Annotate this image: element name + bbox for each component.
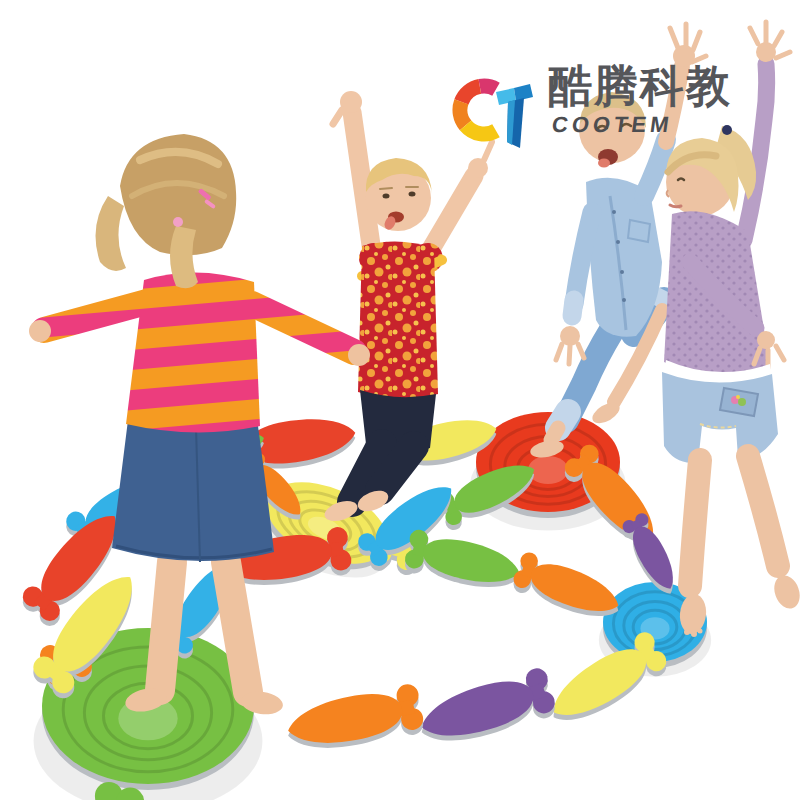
girl2-right-arm-raised: [744, 22, 790, 240]
boy1-pants: [352, 390, 436, 502]
girl2-hair-tie: [722, 125, 732, 135]
girl2-back-foot: [770, 572, 800, 612]
girl2-head: [666, 138, 739, 216]
girl1-denim-skirt: [112, 420, 274, 562]
balance-path-scene: Boy in light denim shirt and rolled-up j…: [0, 0, 800, 800]
child-boy-red-floral: Blond boy in red floral shirt and dark n…: [322, 91, 492, 525]
boy2-head: [579, 92, 646, 168]
boy2-left-arm-down: [556, 212, 592, 364]
girl1-pigtail: [96, 196, 127, 271]
girl1-hair-elastic: [173, 217, 183, 227]
girl1-pigtail: [170, 226, 198, 288]
child-girl-lavender: Girl with blonde ponytail in lavender kn…: [662, 22, 800, 637]
girl1-head: [96, 134, 237, 288]
product-photo-stage: Boy in light denim shirt and rolled-up j…: [0, 0, 800, 800]
fish-piece-purple: [415, 666, 558, 754]
girl1-hand: [29, 320, 51, 342]
girl1-hand: [348, 344, 370, 366]
boy1-head: [365, 158, 432, 231]
girl2-denim-shorts: [662, 372, 778, 463]
girl2-legs: [678, 456, 800, 637]
boy1-torso-floral-shirt: [358, 241, 438, 398]
fish-piece-orange: [284, 682, 425, 758]
girl1-striped-shirt: [44, 272, 354, 432]
fish-piece-green: [403, 528, 524, 597]
